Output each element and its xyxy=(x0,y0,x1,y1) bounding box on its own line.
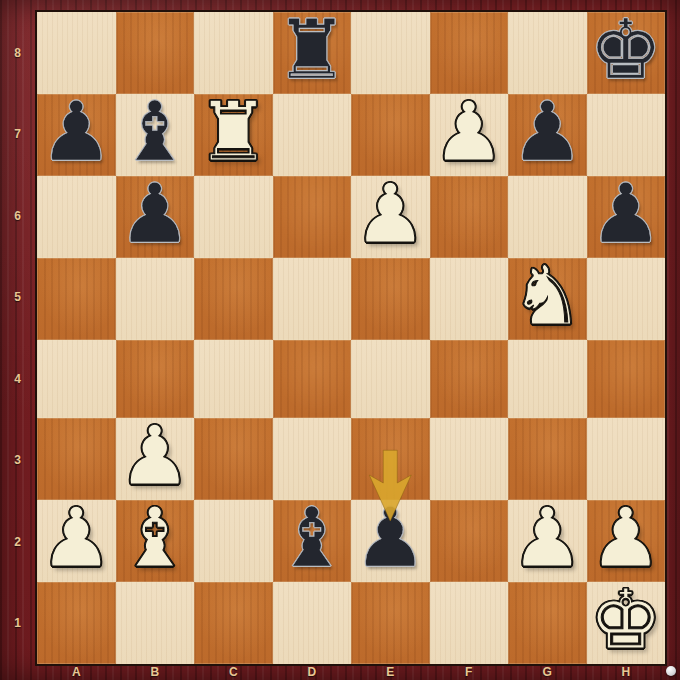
piece-black-pawn[interactable]: ♟ xyxy=(589,173,663,255)
rank-label-2: 2 xyxy=(0,501,35,583)
square-b5[interactable] xyxy=(116,258,195,340)
square-f1[interactable] xyxy=(430,582,509,664)
piece-black-king[interactable]: ♚ xyxy=(589,9,663,91)
piece-black-bishop[interactable]: ♝ xyxy=(275,497,349,579)
piece-white-rook[interactable]: ♜ xyxy=(196,91,270,173)
file-label-h: H xyxy=(587,663,666,680)
rank-label-8: 8 xyxy=(0,12,35,94)
square-h1[interactable]: ♚ xyxy=(587,582,666,664)
piece-black-pawn[interactable]: ♟ xyxy=(118,173,192,255)
rank-label-4: 4 xyxy=(0,338,35,420)
rank-labels: 87654321 xyxy=(0,12,35,664)
square-h6[interactable]: ♟ xyxy=(587,176,666,258)
piece-white-king[interactable]: ♚ xyxy=(589,579,663,661)
square-g1[interactable] xyxy=(508,582,587,664)
rank-label-6: 6 xyxy=(0,175,35,257)
square-b3[interactable]: ♟ xyxy=(116,418,195,500)
piece-black-pawn[interactable]: ♟ xyxy=(510,91,584,173)
square-h7[interactable] xyxy=(587,94,666,176)
piece-white-pawn[interactable]: ♟ xyxy=(353,173,427,255)
square-h4[interactable] xyxy=(587,340,666,418)
square-e1[interactable] xyxy=(351,582,430,664)
square-a7[interactable]: ♟ xyxy=(37,94,116,176)
file-label-g: G xyxy=(508,663,587,680)
square-c5[interactable] xyxy=(194,258,273,340)
square-h8[interactable]: ♚ xyxy=(587,12,666,94)
square-g2[interactable]: ♟ xyxy=(508,500,587,582)
file-label-f: F xyxy=(430,663,509,680)
square-c7[interactable]: ♜ xyxy=(194,94,273,176)
square-d5[interactable] xyxy=(273,258,352,340)
piece-white-pawn[interactable]: ♟ xyxy=(118,415,192,497)
square-h2[interactable]: ♟ xyxy=(587,500,666,582)
square-g5[interactable]: ♞ xyxy=(508,258,587,340)
square-d8[interactable]: ♜ xyxy=(273,12,352,94)
square-g6[interactable] xyxy=(508,176,587,258)
square-b2[interactable]: ♝ xyxy=(116,500,195,582)
piece-white-knight[interactable]: ♞ xyxy=(510,255,584,337)
square-g3[interactable] xyxy=(508,418,587,500)
square-f8[interactable] xyxy=(430,12,509,94)
square-c3[interactable] xyxy=(194,418,273,500)
file-label-c: C xyxy=(194,663,273,680)
square-f6[interactable] xyxy=(430,176,509,258)
rank-label-7: 7 xyxy=(0,94,35,176)
square-d3[interactable] xyxy=(273,418,352,500)
square-f3[interactable] xyxy=(430,418,509,500)
square-e4[interactable] xyxy=(351,340,430,418)
square-b4[interactable] xyxy=(116,340,195,418)
rank-label-3: 3 xyxy=(0,420,35,502)
file-label-a: A xyxy=(37,663,116,680)
square-a5[interactable] xyxy=(37,258,116,340)
square-d1[interactable] xyxy=(273,582,352,664)
square-c6[interactable] xyxy=(194,176,273,258)
file-labels: ABCDEFGH xyxy=(37,663,665,680)
square-d2[interactable]: ♝ xyxy=(273,500,352,582)
piece-white-pawn[interactable]: ♟ xyxy=(432,91,506,173)
square-e3[interactable] xyxy=(351,418,430,500)
piece-white-pawn[interactable]: ♟ xyxy=(510,497,584,579)
square-a4[interactable] xyxy=(37,340,116,418)
piece-white-pawn[interactable]: ♟ xyxy=(39,497,113,579)
file-label-e: E xyxy=(351,663,430,680)
square-b6[interactable]: ♟ xyxy=(116,176,195,258)
square-b8[interactable] xyxy=(116,12,195,94)
square-d7[interactable] xyxy=(273,94,352,176)
piece-black-rook[interactable]: ♜ xyxy=(275,9,349,91)
chess-board: ♜♚♟♝♜♟♟♟♟♟♞♟♟♝♝♟♟♟♚ xyxy=(37,12,665,664)
square-e7[interactable] xyxy=(351,94,430,176)
square-h5[interactable] xyxy=(587,258,666,340)
square-c8[interactable] xyxy=(194,12,273,94)
side-to-move-indicator xyxy=(666,666,676,676)
rank-label-5: 5 xyxy=(0,257,35,339)
square-g7[interactable]: ♟ xyxy=(508,94,587,176)
square-g8[interactable] xyxy=(508,12,587,94)
piece-black-bishop[interactable]: ♝ xyxy=(118,91,192,173)
square-g4[interactable] xyxy=(508,340,587,418)
square-e8[interactable] xyxy=(351,12,430,94)
square-b7[interactable]: ♝ xyxy=(116,94,195,176)
square-e2[interactable]: ♟ xyxy=(351,500,430,582)
rank-label-1: 1 xyxy=(0,583,35,665)
piece-black-pawn[interactable]: ♟ xyxy=(39,91,113,173)
square-a8[interactable] xyxy=(37,12,116,94)
piece-white-bishop[interactable]: ♝ xyxy=(118,497,192,579)
file-label-b: B xyxy=(116,663,195,680)
piece-black-pawn[interactable]: ♟ xyxy=(353,497,427,579)
square-h3[interactable] xyxy=(587,418,666,500)
square-a1[interactable] xyxy=(37,582,116,664)
square-d4[interactable] xyxy=(273,340,352,418)
square-f2[interactable] xyxy=(430,500,509,582)
board-outer: ♜♚♟♝♜♟♟♟♟♟♞♟♟♝♝♟♟♟♚ xyxy=(35,10,667,666)
square-a6[interactable] xyxy=(37,176,116,258)
square-e6[interactable]: ♟ xyxy=(351,176,430,258)
square-b1[interactable] xyxy=(116,582,195,664)
piece-white-pawn[interactable]: ♟ xyxy=(589,497,663,579)
square-f5[interactable] xyxy=(430,258,509,340)
file-label-d: D xyxy=(273,663,352,680)
square-f7[interactable]: ♟ xyxy=(430,94,509,176)
square-c2[interactable] xyxy=(194,500,273,582)
square-a2[interactable]: ♟ xyxy=(37,500,116,582)
square-d6[interactable] xyxy=(273,176,352,258)
square-f4[interactable] xyxy=(430,340,509,418)
square-c1[interactable] xyxy=(194,582,273,664)
square-a3[interactable] xyxy=(37,418,116,500)
square-e5[interactable] xyxy=(351,258,430,340)
square-c4[interactable] xyxy=(194,340,273,418)
